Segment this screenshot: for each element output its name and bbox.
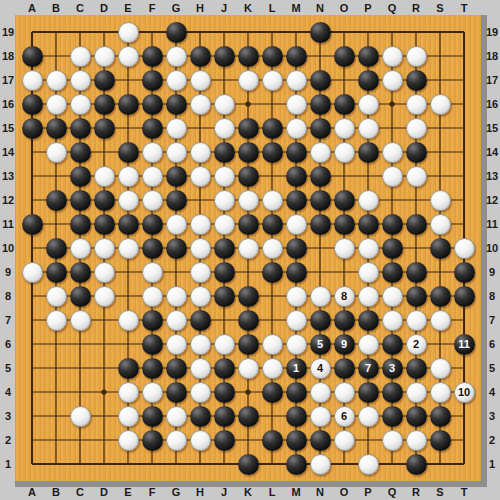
coord-label-row-1-left: 1 [5,459,11,470]
stone-N8 [310,286,331,307]
stone-K18 [238,46,259,67]
stone-G16 [166,94,187,115]
stone-F9 [142,262,163,283]
stone-G8 [166,286,187,307]
stone-O3: 6 [334,406,355,427]
stone-J18 [214,46,235,67]
stone-M7 [286,310,307,331]
stone-J13 [214,166,235,187]
stone-P12 [358,190,379,211]
stone-M10 [286,238,307,259]
stone-H4 [190,382,211,403]
stone-O8: 8 [334,286,355,307]
stone-K15 [238,118,259,139]
stone-F13 [142,166,163,187]
stone-B8 [46,286,67,307]
coord-label-row-16-left: 16 [2,99,14,110]
stone-E16 [118,94,139,115]
stone-H14 [190,142,211,163]
stone-E7 [118,310,139,331]
stone-L17 [262,70,283,91]
stone-C8 [70,286,91,307]
stone-E5 [118,358,139,379]
stone-F4 [142,382,163,403]
stone-R8 [406,286,427,307]
coord-label-col-B-top: B [52,3,60,14]
stone-M6 [286,334,307,355]
stone-B12 [46,190,67,211]
stone-D17 [94,70,115,91]
coord-label-col-R-bottom: R [412,487,420,498]
stone-O12 [334,190,355,211]
stone-O16 [334,94,355,115]
stone-K10 [238,238,259,259]
stone-M16 [286,94,307,115]
stone-J3 [214,406,235,427]
stone-E3 [118,406,139,427]
stone-O11 [334,214,355,235]
stone-R16 [406,94,427,115]
stone-S8 [430,286,451,307]
stone-O6: 9 [334,334,355,355]
stone-J10 [214,238,235,259]
stone-N4 [310,382,331,403]
stone-F16 [142,94,163,115]
stone-E10 [118,238,139,259]
stone-B9 [46,262,67,283]
move-number-9: 9 [341,339,347,350]
coord-label-row-11-left: 11 [2,219,14,230]
stone-P18 [358,46,379,67]
stone-D8 [94,286,115,307]
stone-H9 [190,262,211,283]
stone-S7 [430,310,451,331]
stone-C7 [70,310,91,331]
stone-G15 [166,118,187,139]
stone-D10 [94,238,115,259]
move-number-3: 3 [389,363,395,374]
coord-label-col-T-top: T [461,3,468,14]
stone-E19 [118,22,139,43]
stone-H18 [190,46,211,67]
stone-O2 [334,430,355,451]
stone-N13 [310,166,331,187]
stone-L12 [262,190,283,211]
coord-label-row-15-left: 15 [2,123,14,134]
stone-G7 [166,310,187,331]
move-number-1: 1 [293,363,299,374]
stone-H11 [190,214,211,235]
stone-H10 [190,238,211,259]
star-point [389,101,394,106]
go-board-screenshot: AABBCCDDEEFFGGHHJJKKLLMMNNOOPPQQRRSSTT19… [0,0,500,500]
coord-label-row-1-right: 1 [489,459,495,470]
star-point [101,389,106,394]
stone-E4 [118,382,139,403]
coord-label-row-4-right: 4 [489,387,495,398]
coord-label-row-16-right: 16 [486,99,498,110]
stone-C11 [70,214,91,235]
stone-C18 [70,46,91,67]
stone-N14 [310,142,331,163]
stone-J2 [214,430,235,451]
coord-label-row-12-right: 12 [486,195,498,206]
stone-F5 [142,358,163,379]
stone-H8 [190,286,211,307]
stone-O18 [334,46,355,67]
coord-label-col-N-top: N [316,3,324,14]
stone-R9 [406,262,427,283]
stone-F3 [142,406,163,427]
stone-J15 [214,118,235,139]
coord-label-col-S-top: S [436,3,443,14]
coord-label-row-8-right: 8 [489,291,495,302]
stone-L18 [262,46,283,67]
stone-B16 [46,94,67,115]
coord-label-col-Q-bottom: Q [388,487,397,498]
stone-N1 [310,454,331,475]
stone-B10 [46,238,67,259]
stone-E18 [118,46,139,67]
move-number-2: 2 [413,339,419,350]
stone-C15 [70,118,91,139]
coord-label-col-P-top: P [364,3,371,14]
stone-A15 [22,118,43,139]
coord-label-col-A-bottom: A [28,487,36,498]
coord-label-row-11-right: 11 [486,219,498,230]
stone-D15 [94,118,115,139]
stone-G4 [166,382,187,403]
coord-label-row-17-right: 17 [486,75,498,86]
stone-N6: 5 [310,334,331,355]
coord-label-row-19-left: 19 [2,27,14,38]
stone-C13 [70,166,91,187]
stone-C3 [70,406,91,427]
stone-T9 [454,262,475,283]
coord-label-row-5-left: 5 [5,363,11,374]
stone-K5 [238,358,259,379]
stone-L14 [262,142,283,163]
coord-label-col-N-bottom: N [316,487,324,498]
coord-label-col-F-bottom: F [149,487,156,498]
stone-P5: 7 [358,358,379,379]
coord-label-col-R-top: R [412,3,420,14]
stone-S5 [430,358,451,379]
stone-K12 [238,190,259,211]
stone-G13 [166,166,187,187]
stone-P15 [358,118,379,139]
stone-C16 [70,94,91,115]
coord-label-col-L-bottom: L [269,487,276,498]
stone-G17 [166,70,187,91]
coord-label-row-18-right: 18 [486,51,498,62]
stone-J9 [214,262,235,283]
stone-F14 [142,142,163,163]
stone-F17 [142,70,163,91]
stone-Q3 [382,406,403,427]
coord-label-col-E-bottom: E [124,487,131,498]
stone-S10 [430,238,451,259]
stone-A18 [22,46,43,67]
coord-label-row-4-left: 4 [5,387,11,398]
coord-label-col-C-top: C [76,3,84,14]
stone-M13 [286,166,307,187]
stone-D9 [94,262,115,283]
stone-M2 [286,430,307,451]
stone-D12 [94,190,115,211]
stone-K6 [238,334,259,355]
stone-H3 [190,406,211,427]
coord-label-col-M-top: M [291,3,300,14]
stone-D16 [94,94,115,115]
stone-P7 [358,310,379,331]
coord-label-row-2-right: 2 [489,435,495,446]
coord-label-col-L-top: L [269,3,276,14]
stone-R1 [406,454,427,475]
stone-S12 [430,190,451,211]
star-point [245,389,250,394]
stone-P9 [358,262,379,283]
move-number-10: 10 [458,387,470,398]
stone-S2 [430,430,451,451]
stone-S3 [430,406,451,427]
move-number-5: 5 [317,339,323,350]
stone-B15 [46,118,67,139]
stone-H6 [190,334,211,355]
stone-K8 [238,286,259,307]
stone-S11 [430,214,451,235]
stone-R11 [406,214,427,235]
stone-J6 [214,334,235,355]
move-number-6: 6 [341,411,347,422]
stone-R6: 2 [406,334,427,355]
star-point [245,101,250,106]
stone-O4 [334,382,355,403]
stone-F8 [142,286,163,307]
stone-P3 [358,406,379,427]
stone-E12 [118,190,139,211]
coord-label-col-S-bottom: S [436,487,443,498]
stone-N3 [310,406,331,427]
stone-A16 [22,94,43,115]
move-number-7: 7 [365,363,371,374]
stone-M17 [286,70,307,91]
coord-label-col-O-top: O [340,3,349,14]
move-number-11: 11 [458,339,470,350]
stone-B14 [46,142,67,163]
stone-S16 [430,94,451,115]
stone-L9 [262,262,283,283]
coord-label-row-15-right: 15 [486,123,498,134]
coord-label-row-10-left: 10 [2,243,14,254]
stone-Q9 [382,262,403,283]
stone-G5 [166,358,187,379]
coord-label-row-17-left: 17 [2,75,14,86]
stone-Q10 [382,238,403,259]
stone-L11 [262,214,283,235]
stone-N11 [310,214,331,235]
stone-H16 [190,94,211,115]
stone-P8 [358,286,379,307]
stone-T8 [454,286,475,307]
stone-Q11 [382,214,403,235]
stone-B17 [46,70,67,91]
stone-P14 [358,142,379,163]
coord-label-col-T-bottom: T [461,487,468,498]
stone-A9 [22,262,43,283]
stone-N2 [310,430,331,451]
coord-label-row-8-left: 8 [5,291,11,302]
coord-label-col-M-bottom: M [291,487,300,498]
stone-L4 [262,382,283,403]
coord-label-row-7-right: 7 [489,315,495,326]
stone-B7 [46,310,67,331]
stone-G2 [166,430,187,451]
stone-P1 [358,454,379,475]
stone-L2 [262,430,283,451]
stone-P4 [358,382,379,403]
stone-G14 [166,142,187,163]
stone-J14 [214,142,235,163]
stone-R15 [406,118,427,139]
stone-M11 [286,214,307,235]
coord-label-col-B-bottom: B [52,487,60,498]
coord-label-col-D-top: D [100,3,108,14]
stone-P16 [358,94,379,115]
stone-L5 [262,358,283,379]
stone-Q7 [382,310,403,331]
stone-C12 [70,190,91,211]
stone-N7 [310,310,331,331]
stone-S4 [430,382,451,403]
stone-K1 [238,454,259,475]
stone-O15 [334,118,355,139]
stone-R13 [406,166,427,187]
stone-T6: 11 [454,334,475,355]
stone-D11 [94,214,115,235]
stone-R3 [406,406,427,427]
stone-C10 [70,238,91,259]
coord-label-row-7-left: 7 [5,315,11,326]
stone-L6 [262,334,283,355]
stone-D18 [94,46,115,67]
stone-O14 [334,142,355,163]
stone-E14 [118,142,139,163]
stone-C17 [70,70,91,91]
stone-R2 [406,430,427,451]
coord-label-row-6-left: 6 [5,339,11,350]
stone-L15 [262,118,283,139]
stone-F6 [142,334,163,355]
stone-F15 [142,118,163,139]
stone-F11 [142,214,163,235]
stone-G6 [166,334,187,355]
coord-label-row-9-left: 9 [5,267,11,278]
coord-label-row-5-right: 5 [489,363,495,374]
stone-M15 [286,118,307,139]
coord-label-row-9-right: 9 [489,267,495,278]
coord-label-row-12-left: 12 [2,195,14,206]
stone-C14 [70,142,91,163]
stone-J11 [214,214,235,235]
stone-K11 [238,214,259,235]
coord-label-row-3-left: 3 [5,411,11,422]
stone-F12 [142,190,163,211]
stone-N5: 4 [310,358,331,379]
stone-N17 [310,70,331,91]
stone-O7 [334,310,355,331]
stone-M12 [286,190,307,211]
stone-Q13 [382,166,403,187]
coord-label-col-A-top: A [28,3,36,14]
stone-G11 [166,214,187,235]
coord-label-col-J-bottom: J [221,487,227,498]
stone-T4: 10 [454,382,475,403]
coord-label-row-18-left: 18 [2,51,14,62]
stone-Q17 [382,70,403,91]
coord-label-col-D-bottom: D [100,487,108,498]
stone-N15 [310,118,331,139]
stone-P17 [358,70,379,91]
stone-R4 [406,382,427,403]
coord-label-col-O-bottom: O [340,487,349,498]
stone-E2 [118,430,139,451]
stone-G12 [166,190,187,211]
stone-M18 [286,46,307,67]
stone-M8 [286,286,307,307]
stone-N16 [310,94,331,115]
stone-P6 [358,334,379,355]
stone-R7 [406,310,427,331]
coord-label-row-6-right: 6 [489,339,495,350]
move-number-4: 4 [317,363,323,374]
stone-R5 [406,358,427,379]
stone-G10 [166,238,187,259]
stone-F7 [142,310,163,331]
stone-N12 [310,190,331,211]
stone-M3 [286,406,307,427]
coord-label-col-G-bottom: G [172,487,181,498]
stone-J12 [214,190,235,211]
stone-M14 [286,142,307,163]
stone-M5: 1 [286,358,307,379]
stone-Q6 [382,334,403,355]
stone-R18 [406,46,427,67]
stone-G19 [166,22,187,43]
stone-K7 [238,310,259,331]
move-number-8: 8 [341,291,347,302]
coord-label-row-3-right: 3 [489,411,495,422]
stone-M9 [286,262,307,283]
stone-N19 [310,22,331,43]
coord-label-col-K-bottom: K [244,487,252,498]
coord-label-row-13-right: 13 [486,171,498,182]
stone-R14 [406,142,427,163]
coord-label-row-19-right: 19 [486,27,498,38]
coord-label-row-13-left: 13 [2,171,14,182]
stone-F18 [142,46,163,67]
stone-E11 [118,214,139,235]
coord-label-col-C-bottom: C [76,487,84,498]
coord-label-row-10-right: 10 [486,243,498,254]
stone-D13 [94,166,115,187]
stone-H5 [190,358,211,379]
stone-R17 [406,70,427,91]
stone-J8 [214,286,235,307]
coord-label-col-H-top: H [196,3,204,14]
stone-J5 [214,358,235,379]
stone-A11 [22,214,43,235]
